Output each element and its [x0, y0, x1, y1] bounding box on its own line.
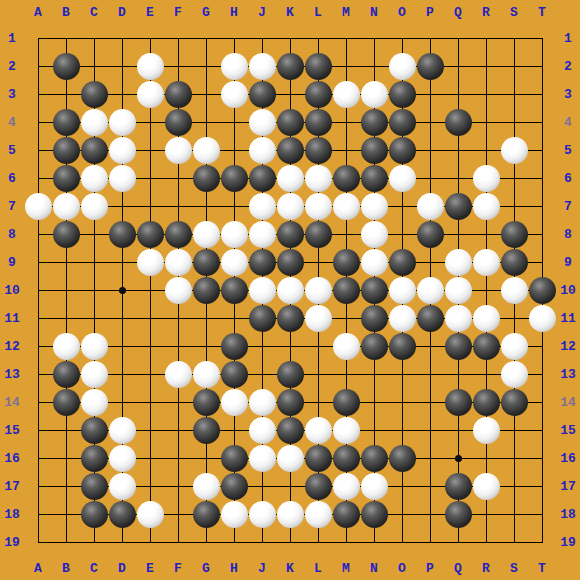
intersection-N19[interactable] — [360, 528, 388, 556]
intersection-D16[interactable] — [108, 444, 136, 472]
intersection-J11[interactable] — [248, 304, 276, 332]
intersection-R13[interactable] — [472, 360, 500, 388]
intersection-T10[interactable] — [528, 276, 556, 304]
intersection-K8[interactable] — [276, 220, 304, 248]
intersection-M19[interactable] — [332, 528, 360, 556]
intersection-G6[interactable] — [192, 164, 220, 192]
intersection-P16[interactable] — [416, 444, 444, 472]
intersection-B9[interactable] — [52, 248, 80, 276]
intersection-J3[interactable] — [248, 80, 276, 108]
intersection-R17[interactable] — [472, 472, 500, 500]
intersection-L17[interactable] — [304, 472, 332, 500]
intersection-N6[interactable] — [360, 164, 388, 192]
intersection-E17[interactable] — [136, 472, 164, 500]
intersection-R10[interactable] — [472, 276, 500, 304]
intersection-O15[interactable] — [388, 416, 416, 444]
intersection-T1[interactable] — [528, 24, 556, 52]
intersection-A7[interactable] — [24, 192, 52, 220]
intersection-Q7[interactable] — [444, 192, 472, 220]
intersection-O16[interactable] — [388, 444, 416, 472]
intersection-R3[interactable] — [472, 80, 500, 108]
intersection-Q13[interactable] — [444, 360, 472, 388]
intersection-S10[interactable] — [500, 276, 528, 304]
intersection-H10[interactable] — [220, 276, 248, 304]
intersection-G16[interactable] — [192, 444, 220, 472]
intersection-B17[interactable] — [52, 472, 80, 500]
intersection-G10[interactable] — [192, 276, 220, 304]
intersection-P19[interactable] — [416, 528, 444, 556]
intersection-S15[interactable] — [500, 416, 528, 444]
intersection-R4[interactable] — [472, 108, 500, 136]
intersection-Q9[interactable] — [444, 248, 472, 276]
intersection-T14[interactable] — [528, 388, 556, 416]
intersection-K14[interactable] — [276, 388, 304, 416]
intersection-F5[interactable] — [164, 136, 192, 164]
intersection-D8[interactable] — [108, 220, 136, 248]
intersection-Q10[interactable] — [444, 276, 472, 304]
intersection-K5[interactable] — [276, 136, 304, 164]
intersection-P11[interactable] — [416, 304, 444, 332]
intersection-N10[interactable] — [360, 276, 388, 304]
intersection-E9[interactable] — [136, 248, 164, 276]
intersection-N16[interactable] — [360, 444, 388, 472]
intersection-E7[interactable] — [136, 192, 164, 220]
intersection-J13[interactable] — [248, 360, 276, 388]
intersection-S12[interactable] — [500, 332, 528, 360]
intersection-Q18[interactable] — [444, 500, 472, 528]
intersection-P2[interactable] — [416, 52, 444, 80]
intersection-P7[interactable] — [416, 192, 444, 220]
intersection-P15[interactable] — [416, 416, 444, 444]
intersection-T2[interactable] — [528, 52, 556, 80]
intersection-T7[interactable] — [528, 192, 556, 220]
intersection-L13[interactable] — [304, 360, 332, 388]
intersection-K16[interactable] — [276, 444, 304, 472]
intersection-E14[interactable] — [136, 388, 164, 416]
intersection-S6[interactable] — [500, 164, 528, 192]
intersection-N15[interactable] — [360, 416, 388, 444]
intersection-O7[interactable] — [388, 192, 416, 220]
intersection-D3[interactable] — [108, 80, 136, 108]
intersection-E16[interactable] — [136, 444, 164, 472]
intersection-M6[interactable] — [332, 164, 360, 192]
intersection-B13[interactable] — [52, 360, 80, 388]
intersection-P1[interactable] — [416, 24, 444, 52]
intersection-G19[interactable] — [192, 528, 220, 556]
intersection-O3[interactable] — [388, 80, 416, 108]
intersection-Q1[interactable] — [444, 24, 472, 52]
intersection-C6[interactable] — [80, 164, 108, 192]
intersection-H17[interactable] — [220, 472, 248, 500]
intersection-E8[interactable] — [136, 220, 164, 248]
intersection-A11[interactable] — [24, 304, 52, 332]
intersection-N13[interactable] — [360, 360, 388, 388]
intersection-F2[interactable] — [164, 52, 192, 80]
intersection-C12[interactable] — [80, 332, 108, 360]
intersection-B1[interactable] — [52, 24, 80, 52]
intersection-H19[interactable] — [220, 528, 248, 556]
intersection-F8[interactable] — [164, 220, 192, 248]
intersection-D5[interactable] — [108, 136, 136, 164]
intersection-G5[interactable] — [192, 136, 220, 164]
intersection-O2[interactable] — [388, 52, 416, 80]
intersection-E11[interactable] — [136, 304, 164, 332]
intersection-E4[interactable] — [136, 108, 164, 136]
intersection-J5[interactable] — [248, 136, 276, 164]
intersection-G18[interactable] — [192, 500, 220, 528]
intersection-E3[interactable] — [136, 80, 164, 108]
intersection-R19[interactable] — [472, 528, 500, 556]
intersection-J6[interactable] — [248, 164, 276, 192]
intersection-F19[interactable] — [164, 528, 192, 556]
intersection-S9[interactable] — [500, 248, 528, 276]
intersection-A13[interactable] — [24, 360, 52, 388]
intersection-J9[interactable] — [248, 248, 276, 276]
intersection-G1[interactable] — [192, 24, 220, 52]
intersection-C14[interactable] — [80, 388, 108, 416]
intersection-G8[interactable] — [192, 220, 220, 248]
intersection-D1[interactable] — [108, 24, 136, 52]
intersection-O12[interactable] — [388, 332, 416, 360]
intersection-M17[interactable] — [332, 472, 360, 500]
intersection-F13[interactable] — [164, 360, 192, 388]
intersection-L3[interactable] — [304, 80, 332, 108]
intersection-K3[interactable] — [276, 80, 304, 108]
intersection-B10[interactable] — [52, 276, 80, 304]
intersection-C4[interactable] — [80, 108, 108, 136]
intersection-A15[interactable] — [24, 416, 52, 444]
intersection-E18[interactable] — [136, 500, 164, 528]
intersection-G12[interactable] — [192, 332, 220, 360]
intersection-L6[interactable] — [304, 164, 332, 192]
intersection-Q19[interactable] — [444, 528, 472, 556]
intersection-N8[interactable] — [360, 220, 388, 248]
intersection-A14[interactable] — [24, 388, 52, 416]
intersection-A9[interactable] — [24, 248, 52, 276]
intersection-H4[interactable] — [220, 108, 248, 136]
intersection-M9[interactable] — [332, 248, 360, 276]
intersection-T3[interactable] — [528, 80, 556, 108]
intersection-D11[interactable] — [108, 304, 136, 332]
intersection-O1[interactable] — [388, 24, 416, 52]
intersection-E5[interactable] — [136, 136, 164, 164]
intersection-C13[interactable] — [80, 360, 108, 388]
intersection-O13[interactable] — [388, 360, 416, 388]
intersection-H11[interactable] — [220, 304, 248, 332]
intersection-S17[interactable] — [500, 472, 528, 500]
intersection-D18[interactable] — [108, 500, 136, 528]
intersection-M11[interactable] — [332, 304, 360, 332]
intersection-K19[interactable] — [276, 528, 304, 556]
intersection-C11[interactable] — [80, 304, 108, 332]
intersection-B18[interactable] — [52, 500, 80, 528]
intersection-P3[interactable] — [416, 80, 444, 108]
intersection-T6[interactable] — [528, 164, 556, 192]
intersection-L8[interactable] — [304, 220, 332, 248]
intersection-J16[interactable] — [248, 444, 276, 472]
intersection-F17[interactable] — [164, 472, 192, 500]
intersection-F7[interactable] — [164, 192, 192, 220]
intersection-M15[interactable] — [332, 416, 360, 444]
intersection-P5[interactable] — [416, 136, 444, 164]
intersection-P18[interactable] — [416, 500, 444, 528]
intersection-C19[interactable] — [80, 528, 108, 556]
intersection-C2[interactable] — [80, 52, 108, 80]
intersection-N17[interactable] — [360, 472, 388, 500]
intersection-T8[interactable] — [528, 220, 556, 248]
intersection-D15[interactable] — [108, 416, 136, 444]
intersection-M7[interactable] — [332, 192, 360, 220]
intersection-H5[interactable] — [220, 136, 248, 164]
intersection-B3[interactable] — [52, 80, 80, 108]
intersection-M2[interactable] — [332, 52, 360, 80]
intersection-K2[interactable] — [276, 52, 304, 80]
intersection-R12[interactable] — [472, 332, 500, 360]
intersection-O5[interactable] — [388, 136, 416, 164]
intersection-R8[interactable] — [472, 220, 500, 248]
intersection-M16[interactable] — [332, 444, 360, 472]
intersection-E2[interactable] — [136, 52, 164, 80]
intersection-A1[interactable] — [24, 24, 52, 52]
intersection-E1[interactable] — [136, 24, 164, 52]
intersection-E10[interactable] — [136, 276, 164, 304]
intersection-F9[interactable] — [164, 248, 192, 276]
intersection-N4[interactable] — [360, 108, 388, 136]
intersection-Q15[interactable] — [444, 416, 472, 444]
intersection-R16[interactable] — [472, 444, 500, 472]
intersection-R7[interactable] — [472, 192, 500, 220]
intersection-L19[interactable] — [304, 528, 332, 556]
intersection-B2[interactable] — [52, 52, 80, 80]
intersection-M12[interactable] — [332, 332, 360, 360]
intersection-H3[interactable] — [220, 80, 248, 108]
intersection-C15[interactable] — [80, 416, 108, 444]
intersection-J2[interactable] — [248, 52, 276, 80]
intersection-F15[interactable] — [164, 416, 192, 444]
intersection-P4[interactable] — [416, 108, 444, 136]
intersection-K1[interactable] — [276, 24, 304, 52]
intersection-S4[interactable] — [500, 108, 528, 136]
intersection-B12[interactable] — [52, 332, 80, 360]
intersection-L1[interactable] — [304, 24, 332, 52]
intersection-F12[interactable] — [164, 332, 192, 360]
intersection-E15[interactable] — [136, 416, 164, 444]
intersection-H18[interactable] — [220, 500, 248, 528]
intersection-L7[interactable] — [304, 192, 332, 220]
intersection-N12[interactable] — [360, 332, 388, 360]
intersection-K18[interactable] — [276, 500, 304, 528]
intersection-C3[interactable] — [80, 80, 108, 108]
intersection-E13[interactable] — [136, 360, 164, 388]
intersection-D17[interactable] — [108, 472, 136, 500]
intersection-T18[interactable] — [528, 500, 556, 528]
intersection-Q14[interactable] — [444, 388, 472, 416]
intersection-Q11[interactable] — [444, 304, 472, 332]
intersection-M14[interactable] — [332, 388, 360, 416]
intersection-E19[interactable] — [136, 528, 164, 556]
intersection-R6[interactable] — [472, 164, 500, 192]
intersection-J8[interactable] — [248, 220, 276, 248]
intersection-D9[interactable] — [108, 248, 136, 276]
intersection-A12[interactable] — [24, 332, 52, 360]
intersection-T4[interactable] — [528, 108, 556, 136]
intersection-M4[interactable] — [332, 108, 360, 136]
intersection-O17[interactable] — [388, 472, 416, 500]
intersection-H14[interactable] — [220, 388, 248, 416]
intersection-N2[interactable] — [360, 52, 388, 80]
intersection-F10[interactable] — [164, 276, 192, 304]
intersection-G14[interactable] — [192, 388, 220, 416]
intersection-S11[interactable] — [500, 304, 528, 332]
intersection-C18[interactable] — [80, 500, 108, 528]
intersection-T9[interactable] — [528, 248, 556, 276]
intersection-J15[interactable] — [248, 416, 276, 444]
intersection-B15[interactable] — [52, 416, 80, 444]
intersection-J19[interactable] — [248, 528, 276, 556]
intersection-S8[interactable] — [500, 220, 528, 248]
intersection-O6[interactable] — [388, 164, 416, 192]
intersection-Q3[interactable] — [444, 80, 472, 108]
intersection-J10[interactable] — [248, 276, 276, 304]
intersection-H7[interactable] — [220, 192, 248, 220]
intersection-R9[interactable] — [472, 248, 500, 276]
intersection-F6[interactable] — [164, 164, 192, 192]
intersection-F3[interactable] — [164, 80, 192, 108]
intersection-Q4[interactable] — [444, 108, 472, 136]
intersection-Q17[interactable] — [444, 472, 472, 500]
intersection-T11[interactable] — [528, 304, 556, 332]
intersection-S3[interactable] — [500, 80, 528, 108]
intersection-L11[interactable] — [304, 304, 332, 332]
intersection-T16[interactable] — [528, 444, 556, 472]
intersection-C7[interactable] — [80, 192, 108, 220]
intersection-N14[interactable] — [360, 388, 388, 416]
intersection-T5[interactable] — [528, 136, 556, 164]
intersection-P12[interactable] — [416, 332, 444, 360]
intersection-P8[interactable] — [416, 220, 444, 248]
intersection-M13[interactable] — [332, 360, 360, 388]
intersection-L18[interactable] — [304, 500, 332, 528]
intersection-O8[interactable] — [388, 220, 416, 248]
intersection-N18[interactable] — [360, 500, 388, 528]
intersection-B14[interactable] — [52, 388, 80, 416]
intersection-R18[interactable] — [472, 500, 500, 528]
intersection-A18[interactable] — [24, 500, 52, 528]
intersection-O4[interactable] — [388, 108, 416, 136]
intersection-H12[interactable] — [220, 332, 248, 360]
intersection-S5[interactable] — [500, 136, 528, 164]
intersection-L10[interactable] — [304, 276, 332, 304]
intersection-B19[interactable] — [52, 528, 80, 556]
intersection-F4[interactable] — [164, 108, 192, 136]
intersection-A16[interactable] — [24, 444, 52, 472]
intersection-H15[interactable] — [220, 416, 248, 444]
intersection-H9[interactable] — [220, 248, 248, 276]
intersection-F16[interactable] — [164, 444, 192, 472]
intersection-Q6[interactable] — [444, 164, 472, 192]
intersection-H1[interactable] — [220, 24, 248, 52]
intersection-S16[interactable] — [500, 444, 528, 472]
intersection-H6[interactable] — [220, 164, 248, 192]
intersection-G4[interactable] — [192, 108, 220, 136]
intersection-O10[interactable] — [388, 276, 416, 304]
intersection-A10[interactable] — [24, 276, 52, 304]
intersection-H13[interactable] — [220, 360, 248, 388]
intersection-L14[interactable] — [304, 388, 332, 416]
intersection-C16[interactable] — [80, 444, 108, 472]
intersection-S7[interactable] — [500, 192, 528, 220]
intersection-P9[interactable] — [416, 248, 444, 276]
intersection-E6[interactable] — [136, 164, 164, 192]
intersection-E12[interactable] — [136, 332, 164, 360]
intersection-A19[interactable] — [24, 528, 52, 556]
intersection-G9[interactable] — [192, 248, 220, 276]
intersection-J7[interactable] — [248, 192, 276, 220]
intersection-A17[interactable] — [24, 472, 52, 500]
intersection-B4[interactable] — [52, 108, 80, 136]
intersection-H16[interactable] — [220, 444, 248, 472]
intersection-J18[interactable] — [248, 500, 276, 528]
intersection-K15[interactable] — [276, 416, 304, 444]
intersection-D4[interactable] — [108, 108, 136, 136]
intersection-O14[interactable] — [388, 388, 416, 416]
intersection-H2[interactable] — [220, 52, 248, 80]
intersection-N11[interactable] — [360, 304, 388, 332]
intersection-F11[interactable] — [164, 304, 192, 332]
intersection-H8[interactable] — [220, 220, 248, 248]
intersection-C9[interactable] — [80, 248, 108, 276]
intersection-P17[interactable] — [416, 472, 444, 500]
intersection-T19[interactable] — [528, 528, 556, 556]
intersection-D14[interactable] — [108, 388, 136, 416]
intersection-S19[interactable] — [500, 528, 528, 556]
intersection-L5[interactable] — [304, 136, 332, 164]
intersection-K6[interactable] — [276, 164, 304, 192]
intersection-J17[interactable] — [248, 472, 276, 500]
intersection-B6[interactable] — [52, 164, 80, 192]
intersection-S14[interactable] — [500, 388, 528, 416]
intersection-R1[interactable] — [472, 24, 500, 52]
intersection-K9[interactable] — [276, 248, 304, 276]
intersection-J4[interactable] — [248, 108, 276, 136]
intersection-O19[interactable] — [388, 528, 416, 556]
intersection-D2[interactable] — [108, 52, 136, 80]
intersection-G2[interactable] — [192, 52, 220, 80]
intersection-S2[interactable] — [500, 52, 528, 80]
intersection-M18[interactable] — [332, 500, 360, 528]
intersection-T15[interactable] — [528, 416, 556, 444]
intersection-N1[interactable] — [360, 24, 388, 52]
intersection-Q2[interactable] — [444, 52, 472, 80]
intersection-T17[interactable] — [528, 472, 556, 500]
intersection-A5[interactable] — [24, 136, 52, 164]
intersection-F1[interactable] — [164, 24, 192, 52]
intersection-L2[interactable] — [304, 52, 332, 80]
intersection-D7[interactable] — [108, 192, 136, 220]
intersection-D13[interactable] — [108, 360, 136, 388]
intersection-Q8[interactable] — [444, 220, 472, 248]
intersection-B8[interactable] — [52, 220, 80, 248]
intersection-M10[interactable] — [332, 276, 360, 304]
intersection-R5[interactable] — [472, 136, 500, 164]
intersection-A8[interactable] — [24, 220, 52, 248]
intersection-K7[interactable] — [276, 192, 304, 220]
intersection-D10[interactable] — [108, 276, 136, 304]
intersection-A2[interactable] — [24, 52, 52, 80]
intersection-F14[interactable] — [164, 388, 192, 416]
intersection-K13[interactable] — [276, 360, 304, 388]
intersection-R2[interactable] — [472, 52, 500, 80]
